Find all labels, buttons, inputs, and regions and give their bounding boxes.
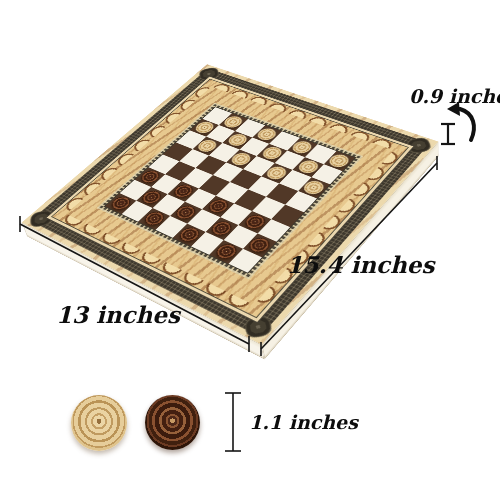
- piece-diameter-label: 1.1 inches: [249, 411, 345, 433]
- square-r1c7: [311, 164, 343, 185]
- piece-diameter-line: [225, 393, 241, 451]
- square-r7c1: [121, 200, 153, 221]
- dark-checker: [208, 219, 236, 238]
- square-r2c7: [298, 177, 330, 198]
- width-label: 13 inches: [38, 301, 198, 328]
- square-r3c5: [248, 176, 280, 197]
- light-checker: [301, 179, 328, 197]
- tray-light-checker: [71, 395, 127, 451]
- curved-arrow-icon: [447, 102, 474, 140]
- square-r6c4: [188, 209, 220, 231]
- dark-checker: [141, 209, 168, 227]
- square-r4c4: [216, 182, 248, 203]
- dark-checker: [246, 235, 274, 255]
- length-label: 15.4 inches: [278, 251, 443, 278]
- dark-checker: [175, 225, 203, 244]
- square-r3c6: [266, 183, 298, 204]
- square-r6c2: [153, 194, 185, 215]
- square-r6c7: [243, 233, 277, 257]
- square-r4c5: [234, 189, 266, 210]
- square-r7c2: [138, 208, 170, 230]
- square-r7c5: [191, 231, 224, 254]
- square-r4c6: [252, 197, 284, 219]
- square-r5c7: [257, 219, 290, 242]
- square-r2c6: [279, 170, 311, 191]
- dark-checker: [205, 197, 232, 215]
- square-r5c6: [238, 211, 271, 234]
- dark-checker: [241, 212, 269, 231]
- thickness-label: 0.9 inches: [409, 85, 500, 107]
- tray-dark-checker: [145, 395, 200, 450]
- scallop-strip-right: [254, 150, 407, 311]
- square-r7c7: [228, 248, 262, 272]
- dark-checker: [212, 242, 240, 262]
- square-r7c4: [173, 223, 206, 246]
- square-r5c5: [220, 203, 252, 225]
- square-r3c7: [285, 191, 317, 213]
- square-r5c4: [202, 195, 234, 217]
- square-r7c3: [155, 215, 187, 237]
- square-r6c6: [224, 225, 257, 248]
- thickness-ibeam-mark: [441, 124, 455, 144]
- square-r6c5: [206, 217, 239, 240]
- square-r7c6: [209, 240, 243, 264]
- product-photo-canvas: 13 inches 15.4 inches 0.9 inches 1.1 inc…: [0, 0, 500, 500]
- square-r5c3: [185, 188, 217, 209]
- dark-checker: [173, 203, 200, 221]
- square-r4c7: [271, 204, 304, 226]
- square-r6c3: [170, 202, 202, 224]
